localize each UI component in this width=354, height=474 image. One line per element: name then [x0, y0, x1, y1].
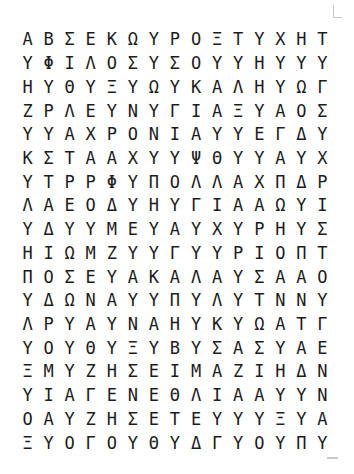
grid-cell[interactable]: Ο	[186, 52, 207, 76]
grid-cell[interactable]: Υ	[249, 28, 270, 52]
grid-cell[interactable]: Δ	[38, 218, 59, 242]
grid-cell[interactable]: Υ	[143, 289, 164, 313]
grid-cell[interactable]: Π	[17, 265, 38, 289]
grid-cell[interactable]: Υ	[122, 170, 143, 194]
grid-cell[interactable]: Ο	[17, 408, 38, 432]
grid-cell[interactable]: Χ	[270, 28, 291, 52]
grid-cell[interactable]: Τ	[59, 147, 80, 171]
grid-cell[interactable]: Υ	[207, 123, 228, 147]
grid-cell[interactable]: Υ	[186, 336, 207, 360]
grid-cell[interactable]: Υ	[101, 313, 122, 337]
grid-cell[interactable]: Ω	[59, 241, 80, 265]
grid-cell[interactable]: Υ	[270, 384, 291, 408]
grid-cell[interactable]: Α	[207, 360, 228, 384]
grid-cell[interactable]: Α	[312, 408, 333, 432]
grid-cell[interactable]: Σ	[59, 265, 80, 289]
grid-cell[interactable]: Α	[249, 384, 270, 408]
grid-cell[interactable]: Α	[38, 408, 59, 432]
grid-cell[interactable]: Τ	[291, 313, 312, 337]
grid-cell[interactable]: Α	[17, 28, 38, 52]
grid-cell[interactable]: Α	[207, 265, 228, 289]
grid-cell[interactable]: Π	[270, 170, 291, 194]
grid-cell[interactable]: Γ	[164, 241, 185, 265]
grid-cell[interactable]: Δ	[291, 170, 312, 194]
grid-cell[interactable]: Η	[270, 360, 291, 384]
grid-cell[interactable]: Υ	[291, 147, 312, 171]
grid-cell[interactable]: Ζ	[228, 360, 249, 384]
grid-cell[interactable]: Ο	[312, 265, 333, 289]
grid-cell[interactable]: Ω	[291, 75, 312, 99]
grid-cell[interactable]: Υ	[207, 52, 228, 76]
grid-cell[interactable]: Γ	[270, 123, 291, 147]
grid-cell[interactable]: Ο	[122, 123, 143, 147]
grid-cell[interactable]: Ξ	[207, 28, 228, 52]
grid-cell[interactable]: Ξ	[101, 75, 122, 99]
grid-cell[interactable]: Ι	[164, 360, 185, 384]
grid-cell[interactable]: Α	[143, 313, 164, 337]
grid-cell[interactable]: Ε	[186, 408, 207, 432]
grid-cell[interactable]: Λ	[17, 313, 38, 337]
grid-cell[interactable]: Χ	[207, 218, 228, 242]
grid-cell[interactable]: Λ	[228, 75, 249, 99]
grid-cell[interactable]: Ν	[270, 289, 291, 313]
grid-cell[interactable]: Ω	[249, 313, 270, 337]
grid-cell[interactable]: Ν	[122, 313, 143, 337]
grid-cell[interactable]: Υ	[249, 408, 270, 432]
grid-cell[interactable]: Κ	[207, 313, 228, 337]
grid-cell[interactable]: Υ	[228, 408, 249, 432]
grid-cell[interactable]: Ρ	[59, 170, 80, 194]
grid-cell[interactable]: Ο	[249, 431, 270, 455]
grid-cell[interactable]: Τ	[228, 28, 249, 52]
grid-cell[interactable]: Α	[270, 313, 291, 337]
grid-cell[interactable]: Ε	[80, 265, 101, 289]
grid-cell[interactable]: Η	[101, 360, 122, 384]
grid-cell[interactable]: Ε	[249, 123, 270, 147]
grid-cell[interactable]: Σ	[249, 336, 270, 360]
grid-cell[interactable]: Χ	[122, 147, 143, 171]
grid-cell[interactable]: Σ	[59, 28, 80, 52]
grid-cell[interactable]: Δ	[291, 360, 312, 384]
grid-cell[interactable]: Σ	[312, 99, 333, 123]
grid-cell[interactable]: Ι	[59, 52, 80, 76]
grid-cell[interactable]: Σ	[38, 147, 59, 171]
word-search-page: ΑΒΣΕΚΩΥΡΟΞΤΥΧΗΤΥΦΙΛΟΣΥΣΟΥΥΗΥΥΥΗΥΘΥΞΥΩΥΚΑ…	[0, 0, 354, 474]
grid-cell[interactable]: Ρ	[228, 241, 249, 265]
grid-cell[interactable]: Υ	[228, 123, 249, 147]
grid-cell[interactable]: Σ	[122, 52, 143, 76]
grid-cell[interactable]: Ο	[164, 170, 185, 194]
grid-cell[interactable]: Υ	[249, 147, 270, 171]
grid-cell[interactable]: Α	[291, 336, 312, 360]
grid-cell[interactable]: Σ	[164, 52, 185, 76]
grid-cell[interactable]: Λ	[186, 170, 207, 194]
grid-cell[interactable]: Π	[291, 241, 312, 265]
grid-cell[interactable]: Ρ	[164, 28, 185, 52]
grid-cell[interactable]: Υ	[312, 52, 333, 76]
grid-cell[interactable]: Α	[164, 265, 185, 289]
grid-cell[interactable]: Ι	[249, 360, 270, 384]
grid-cell[interactable]: Ε	[122, 218, 143, 242]
grid-cell[interactable]: Υ	[59, 313, 80, 337]
grid-cell[interactable]: Τ	[38, 170, 59, 194]
grid-cell[interactable]: Γ	[186, 194, 207, 218]
grid-cell[interactable]: Α	[249, 194, 270, 218]
grid-cell[interactable]: Θ	[80, 336, 101, 360]
grid-cell[interactable]: Α	[270, 147, 291, 171]
grid-cell[interactable]: Υ	[122, 241, 143, 265]
grid-cell[interactable]: Ζ	[17, 99, 38, 123]
grid-cell[interactable]: Υ	[122, 194, 143, 218]
grid-cell[interactable]: Υ	[312, 431, 333, 455]
grid-cell[interactable]: Υ	[228, 431, 249, 455]
grid-cell[interactable]: Χ	[312, 147, 333, 171]
grid-cell[interactable]: Β	[38, 28, 59, 52]
grid-cell[interactable]: Υ	[143, 28, 164, 52]
grid-cell[interactable]: Σ	[122, 360, 143, 384]
grid-cell[interactable]: Υ	[207, 408, 228, 432]
grid-cell[interactable]: Ω	[59, 289, 80, 313]
grid-cell[interactable]: Τ	[312, 28, 333, 52]
grid-cell[interactable]: Α	[80, 313, 101, 337]
grid-cell[interactable]: Υ	[122, 289, 143, 313]
grid-cell[interactable]: Ρ	[312, 170, 333, 194]
grid-cell[interactable]: Κ	[143, 265, 164, 289]
grid-cell[interactable]: Υ	[249, 99, 270, 123]
grid-cell[interactable]: Δ	[101, 194, 122, 218]
grid-cell[interactable]: Ο	[101, 431, 122, 455]
grid-cell[interactable]: Ν	[312, 360, 333, 384]
grid-cell[interactable]: Γ	[164, 99, 185, 123]
grid-cell[interactable]: Ε	[80, 28, 101, 52]
grid-cell[interactable]: Υ	[59, 408, 80, 432]
grid-cell[interactable]: Η	[291, 28, 312, 52]
crop-mark-top-right	[333, 5, 342, 18]
grid-cell[interactable]: Ζ	[80, 360, 101, 384]
grid-cell[interactable]: Υ	[59, 218, 80, 242]
grid-cell[interactable]: Μ	[38, 360, 59, 384]
grid-cell[interactable]: Υ	[228, 52, 249, 76]
grid-cell[interactable]: Λ	[59, 99, 80, 123]
grid-cell[interactable]: Υ	[143, 99, 164, 123]
grid-cell[interactable]: Α	[270, 99, 291, 123]
grid-cell[interactable]: Υ	[17, 336, 38, 360]
grid-cell[interactable]: Λ	[207, 289, 228, 313]
grid-cell[interactable]: Υ	[59, 336, 80, 360]
grid-cell[interactable]: Ο	[80, 194, 101, 218]
grid-cell[interactable]: Α	[228, 336, 249, 360]
grid-cell[interactable]: Υ	[143, 218, 164, 242]
grid-cell[interactable]: Ι	[38, 241, 59, 265]
grid-cell[interactable]: Υ	[291, 52, 312, 76]
grid-cell[interactable]: Η	[270, 218, 291, 242]
grid-cell[interactable]: Λ	[186, 265, 207, 289]
grid-cell[interactable]: Α	[228, 384, 249, 408]
grid-cell[interactable]: Π	[291, 431, 312, 455]
grid-cell[interactable]: Θ	[143, 431, 164, 455]
grid-cell[interactable]: Υ	[186, 313, 207, 337]
grid-cell[interactable]: Θ	[59, 75, 80, 99]
grid-cell[interactable]: Υ	[17, 52, 38, 76]
grid-cell[interactable]: Υ	[59, 360, 80, 384]
grid-cell[interactable]: Κ	[186, 75, 207, 99]
grid-cell[interactable]: Υ	[122, 75, 143, 99]
grid-cell[interactable]: Α	[291, 265, 312, 289]
grid-cell[interactable]: Μ	[101, 218, 122, 242]
grid-cell[interactable]: Υ	[38, 75, 59, 99]
grid-cell[interactable]: Η	[249, 75, 270, 99]
grid-cell[interactable]: Π	[164, 289, 185, 313]
grid-cell[interactable]: Ε	[143, 408, 164, 432]
grid-cell[interactable]: Ν	[122, 99, 143, 123]
grid-cell[interactable]: Υ	[17, 123, 38, 147]
grid-cell[interactable]: Υ	[228, 265, 249, 289]
grid-cell[interactable]: Ρ	[38, 99, 59, 123]
grid-cell[interactable]: Α	[270, 265, 291, 289]
grid-cell[interactable]: Ε	[59, 194, 80, 218]
grid-cell[interactable]: Α	[186, 123, 207, 147]
grid-cell[interactable]: Υ	[270, 431, 291, 455]
grid-cell[interactable]: Ι	[186, 99, 207, 123]
grid-cell[interactable]: Υ	[143, 52, 164, 76]
grid-cell[interactable]: Υ	[291, 218, 312, 242]
grid-cell[interactable]: Φ	[38, 52, 59, 76]
grid-cell[interactable]: Υ	[101, 265, 122, 289]
grid-cell[interactable]: Ρ	[249, 218, 270, 242]
grid-cell[interactable]: Ω	[122, 28, 143, 52]
grid-cell[interactable]: Ω	[270, 194, 291, 218]
grid-cell[interactable]: Α	[207, 99, 228, 123]
grid-cell[interactable]: Ξ	[228, 99, 249, 123]
grid-cell[interactable]: Υ	[164, 147, 185, 171]
grid-cell[interactable]: Υ	[17, 384, 38, 408]
grid-cell[interactable]: Γ	[80, 384, 101, 408]
grid-cell[interactable]: Υ	[17, 170, 38, 194]
grid-cell[interactable]: Ι	[249, 241, 270, 265]
grid-cell[interactable]: Π	[143, 170, 164, 194]
grid-cell[interactable]: Θ	[207, 147, 228, 171]
grid-cell[interactable]: Λ	[17, 194, 38, 218]
grid-cell[interactable]: Ν	[291, 289, 312, 313]
grid-cell[interactable]: Α	[38, 194, 59, 218]
grid-cell[interactable]: Ι	[38, 384, 59, 408]
grid-cell[interactable]: Ν	[312, 384, 333, 408]
grid-cell[interactable]: Η	[17, 241, 38, 265]
grid-cell[interactable]: Τ	[249, 289, 270, 313]
grid-cell[interactable]: Χ	[80, 123, 101, 147]
grid-cell[interactable]: Ο	[59, 431, 80, 455]
grid-cell[interactable]: Φ	[101, 170, 122, 194]
grid-cell[interactable]: Ε	[80, 99, 101, 123]
grid-cell[interactable]: Ν	[80, 289, 101, 313]
grid-cell[interactable]: Ι	[207, 384, 228, 408]
grid-cell[interactable]: Η	[101, 408, 122, 432]
grid-cell[interactable]: Υ	[228, 313, 249, 337]
grid-cell[interactable]: Υ	[143, 241, 164, 265]
grid-cell[interactable]: Ο	[291, 99, 312, 123]
grid-cell[interactable]: Α	[59, 123, 80, 147]
grid-cell[interactable]: Η	[249, 52, 270, 76]
grid-cell[interactable]: Ι	[164, 123, 185, 147]
grid-cell[interactable]: Ι	[312, 194, 333, 218]
grid-cell[interactable]: Υ	[228, 147, 249, 171]
grid-cell[interactable]: Υ	[312, 289, 333, 313]
grid-cell[interactable]: Ο	[186, 28, 207, 52]
grid-cell[interactable]: Υ	[164, 431, 185, 455]
grid-cell[interactable]: Υ	[38, 431, 59, 455]
grid-cell[interactable]: Υ	[101, 336, 122, 360]
grid-cell[interactable]: Ε	[312, 336, 333, 360]
grid-cell[interactable]: Α	[164, 218, 185, 242]
grid-cell[interactable]: Α	[101, 147, 122, 171]
grid-cell[interactable]: Υ	[270, 336, 291, 360]
grid-cell[interactable]: Υ	[122, 431, 143, 455]
grid-cell[interactable]: Υ	[143, 336, 164, 360]
grid-cell[interactable]: Ω	[143, 75, 164, 99]
grid-cell[interactable]: Α	[101, 289, 122, 313]
grid-cell[interactable]: Υ	[17, 218, 38, 242]
grid-cell[interactable]: Ε	[101, 384, 122, 408]
grid-cell[interactable]: Υ	[143, 147, 164, 171]
grid-cell[interactable]: Δ	[38, 289, 59, 313]
grid-cell[interactable]: Λ	[186, 384, 207, 408]
grid-cell[interactable]: Υ	[38, 123, 59, 147]
grid-cell[interactable]: Υ	[80, 75, 101, 99]
grid-cell[interactable]: Υ	[80, 218, 101, 242]
grid-cell[interactable]: Υ	[291, 384, 312, 408]
grid-cell[interactable]: Υ	[291, 194, 312, 218]
grid-cell[interactable]: Ζ	[80, 408, 101, 432]
grid-cell[interactable]: Ε	[143, 360, 164, 384]
grid-cell[interactable]: Χ	[249, 170, 270, 194]
grid-cell[interactable]: Ψ	[186, 147, 207, 171]
grid-cell[interactable]: Γ	[312, 75, 333, 99]
grid-cell[interactable]: Σ	[249, 265, 270, 289]
grid-cell[interactable]: Σ	[312, 218, 333, 242]
grid-cell[interactable]: Ρ	[101, 123, 122, 147]
grid-cell[interactable]: Υ	[291, 408, 312, 432]
word-search-grid: ΑΒΣΕΚΩΥΡΟΞΤΥΧΗΤΥΦΙΛΟΣΥΣΟΥΥΗΥΥΥΗΥΘΥΞΥΩΥΚΑ…	[17, 28, 333, 455]
grid-cell[interactable]: Υ	[207, 241, 228, 265]
grid-cell[interactable]: Υ	[101, 99, 122, 123]
grid-cell[interactable]: Υ	[186, 289, 207, 313]
grid-cell[interactable]: Γ	[207, 431, 228, 455]
grid-cell[interactable]: Υ	[164, 194, 185, 218]
grid-cell[interactable]: Ρ	[80, 170, 101, 194]
grid-cell[interactable]: Ζ	[101, 241, 122, 265]
grid-cell[interactable]: Α	[207, 75, 228, 99]
grid-cell[interactable]: Β	[164, 336, 185, 360]
grid-cell[interactable]: Α	[122, 265, 143, 289]
grid-cell[interactable]: Σ	[122, 408, 143, 432]
grid-cell[interactable]: Ι	[207, 194, 228, 218]
grid-cell[interactable]: Ε	[143, 384, 164, 408]
grid-cell[interactable]: Υ	[228, 289, 249, 313]
grid-cell[interactable]: Υ	[164, 75, 185, 99]
grid-cell[interactable]: Σ	[207, 336, 228, 360]
grid-cell[interactable]: Δ	[291, 123, 312, 147]
grid-cell[interactable]: Ξ	[270, 408, 291, 432]
grid-cell[interactable]: Υ	[17, 289, 38, 313]
grid-cell[interactable]: Μ	[80, 241, 101, 265]
grid-cell[interactable]: Η	[164, 313, 185, 337]
grid-cell[interactable]: Υ	[186, 241, 207, 265]
grid-cell[interactable]: Υ	[270, 52, 291, 76]
grid-cell[interactable]: Ξ	[17, 360, 38, 384]
grid-cell[interactable]: Α	[80, 147, 101, 171]
grid-cell[interactable]: Κ	[101, 28, 122, 52]
grid-cell[interactable]: Υ	[186, 218, 207, 242]
grid-cell[interactable]: Η	[17, 75, 38, 99]
grid-cell[interactable]: Τ	[312, 241, 333, 265]
grid-cell[interactable]: Α	[228, 194, 249, 218]
grid-cell[interactable]: Δ	[186, 431, 207, 455]
grid-cell[interactable]: Ο	[101, 52, 122, 76]
grid-cell[interactable]: Υ	[228, 218, 249, 242]
grid-cell[interactable]: Λ	[80, 52, 101, 76]
grid-cell[interactable]: Α	[59, 384, 80, 408]
grid-cell[interactable]: Η	[143, 194, 164, 218]
grid-cell[interactable]: Ο	[270, 241, 291, 265]
grid-cell[interactable]: Ο	[38, 336, 59, 360]
grid-cell[interactable]: Α	[228, 170, 249, 194]
grid-cell[interactable]: Ξ	[122, 336, 143, 360]
grid-cell[interactable]: Ρ	[38, 313, 59, 337]
grid-cell[interactable]: Λ	[207, 170, 228, 194]
crop-mark-bottom-right	[327, 457, 338, 459]
grid-cell[interactable]: Ν	[122, 384, 143, 408]
grid-cell[interactable]: Κ	[17, 147, 38, 171]
grid-cell[interactable]: Γ	[80, 431, 101, 455]
grid-cell[interactable]: Μ	[186, 360, 207, 384]
grid-cell[interactable]: Ξ	[17, 431, 38, 455]
grid-cell[interactable]: Ν	[143, 123, 164, 147]
grid-cell[interactable]: Ο	[38, 265, 59, 289]
grid-cell[interactable]: Υ	[270, 75, 291, 99]
grid-cell[interactable]: Τ	[164, 408, 185, 432]
grid-cell[interactable]: Θ	[164, 384, 185, 408]
grid-cell[interactable]: Γ	[312, 313, 333, 337]
grid-cell[interactable]: Υ	[312, 123, 333, 147]
